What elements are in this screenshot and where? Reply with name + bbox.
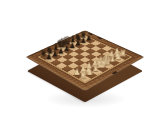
board-frame: ♜♞♝♛♚♝♞♜♟♟♟♟♟♟♟♟♟♟♟♟♟♟♟♟♜♞♝♛♚♝♞♜ — [26, 30, 145, 91]
black-rook-icon: ♜ — [35, 49, 53, 58]
board-scene: ♜♞♝♛♚♝♞♜♟♟♟♟♟♟♟♟♟♟♟♟♟♟♟♟♜♞♝♛♚♝♞♜ — [0, 0, 166, 120]
chess-board: ♜♞♝♛♚♝♞♜♟♟♟♟♟♟♟♟♟♟♟♟♟♟♟♟♜♞♝♛♚♝♞♜ — [26, 30, 145, 91]
hinge-icon — [97, 37, 103, 40]
chess-set-photo: ♜♞♝♛♚♝♞♜♟♟♟♟♟♟♟♟♟♟♟♟♟♟♟♟♜♞♝♛♚♝♞♜ — [0, 0, 166, 120]
board-grid: ♜♞♝♛♚♝♞♜♟♟♟♟♟♟♟♟♟♟♟♟♟♟♟♟♜♞♝♛♚♝♞♜ — [40, 36, 131, 82]
hinge-icon — [88, 33, 94, 36]
clasp-icon — [111, 71, 118, 75]
